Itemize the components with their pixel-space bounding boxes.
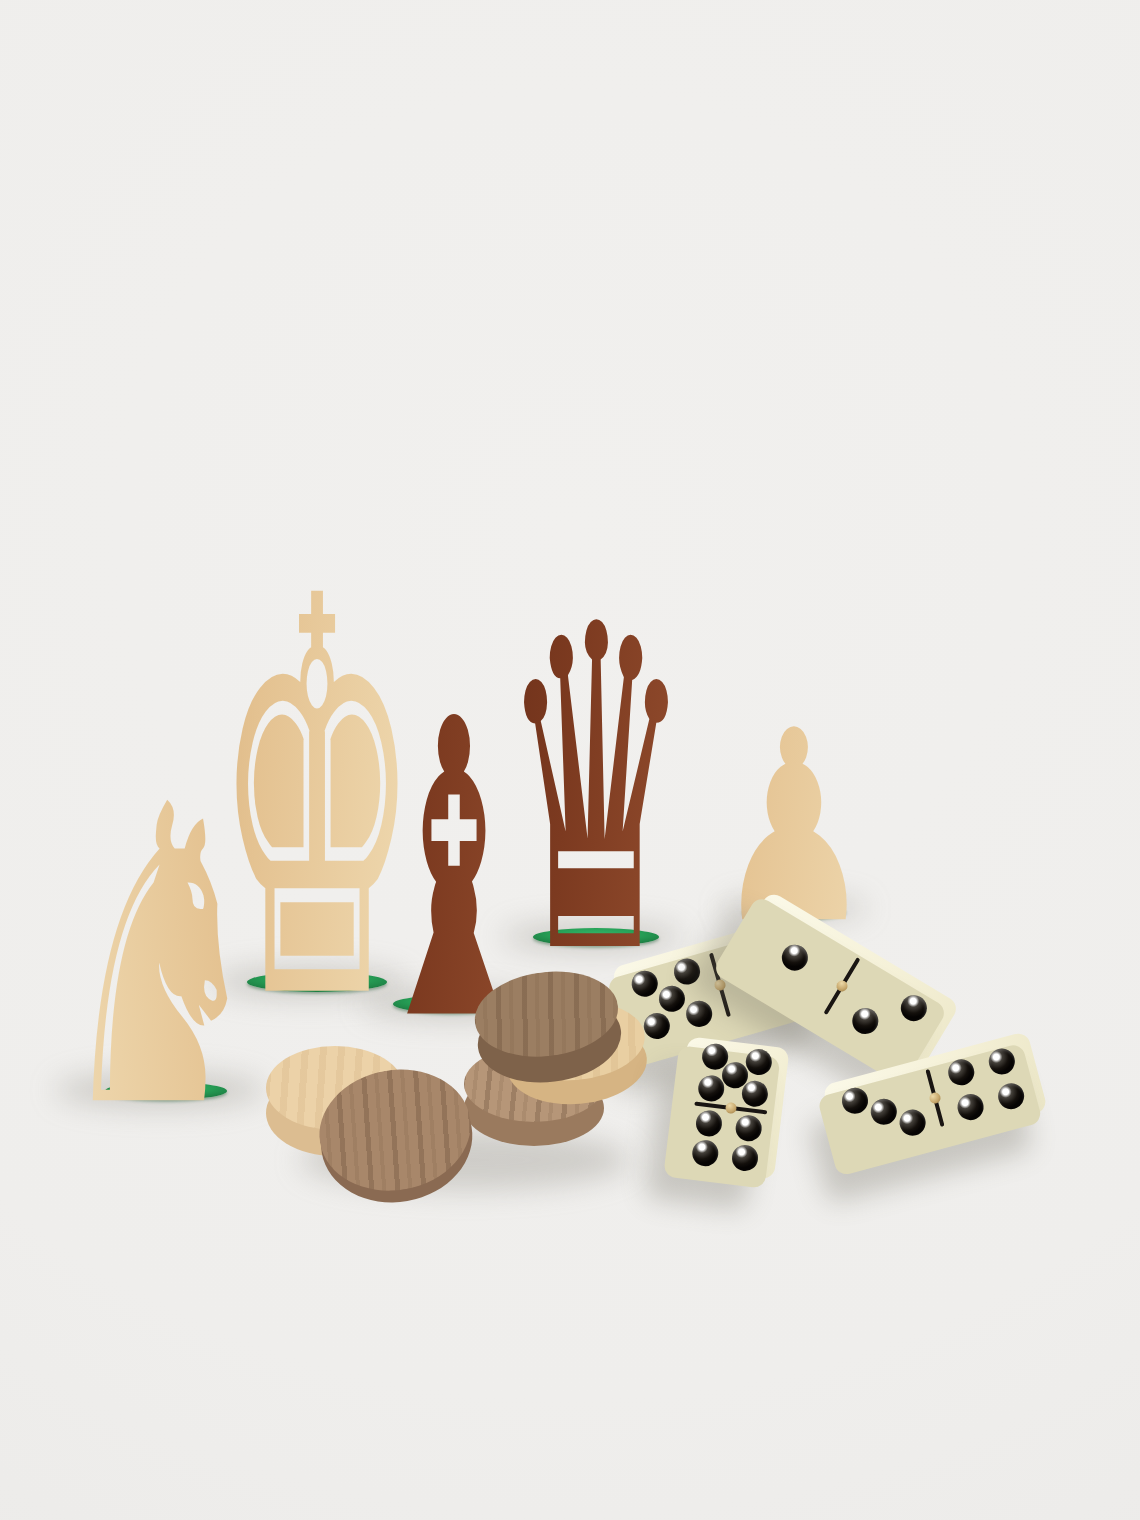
domino-pip (696, 1074, 725, 1103)
product-photo-scene: ♞ ♚ ♝ ♛ ♟ (0, 0, 1140, 1520)
domino-pip (847, 1003, 883, 1039)
domino-pip (641, 1010, 673, 1042)
domino-lower-left-5-4 (672, 1036, 789, 1179)
domino-pip (995, 1080, 1027, 1112)
domino-pip (656, 983, 688, 1015)
domino-pip (694, 1109, 723, 1138)
checker-left-front-walnut-leaning (310, 1058, 483, 1214)
domino-pip (629, 968, 661, 1000)
checker-stack-top-walnut (470, 964, 626, 1091)
domino-pip (945, 1056, 977, 1088)
domino-pip (897, 1107, 929, 1139)
domino-pip (896, 990, 932, 1026)
domino-pip (690, 1138, 719, 1167)
domino-pip (986, 1045, 1018, 1077)
domino-pip (731, 1143, 760, 1172)
domino-pip (745, 1048, 774, 1077)
domino-pip (671, 955, 703, 987)
domino-pip (777, 940, 813, 976)
domino-pip (735, 1114, 764, 1143)
domino-pip (954, 1091, 986, 1123)
domino-pip (868, 1096, 900, 1128)
domino-pip (741, 1079, 770, 1108)
domino-pip (839, 1085, 871, 1117)
domino-pip (683, 998, 715, 1030)
